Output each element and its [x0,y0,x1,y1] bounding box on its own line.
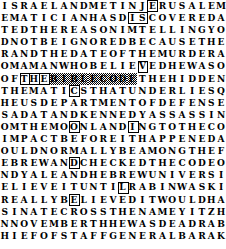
grid-cell: R [19,0,28,12]
grid-cell: T [88,48,98,60]
grid-cell: T [147,157,157,169]
grid-cell: I [59,12,69,24]
grid-cell: I [59,36,69,48]
grid-cell: E [49,169,59,181]
grid-cell: O [0,145,9,157]
grid-cell: E [147,24,157,36]
grid-cell: E [197,85,206,97]
grid-cell: G [147,121,157,133]
grid-cell: R [168,85,177,97]
grid-cell: N [0,169,9,181]
grid-cell: E [216,97,226,109]
grid-cell: A [39,60,49,72]
grid-cell: C [207,121,216,133]
grid-cell: A [49,109,59,121]
grid-cell: D [29,145,39,157]
grid-cell: L [79,194,88,206]
grid-cell: I [137,194,147,206]
grid-cell: A [207,230,216,242]
grid-cell: N [108,109,117,121]
grid-cell: I [118,60,127,72]
grid-cell: T [147,194,157,206]
grid-cell: H [118,206,127,218]
grid-cell: N [216,73,226,85]
grid-cell: R [197,230,206,242]
grid-cell: L [39,169,49,181]
grid-cell: R [98,36,108,48]
grid-cell: C [39,133,49,145]
grid-cell: I [118,24,127,36]
grid-cell: E [137,230,147,242]
grid-cell: T [29,36,39,48]
grid-cell: H [0,97,9,109]
grid-cell: U [168,36,177,48]
grid-cell: E [69,194,79,206]
grid-cell: E [29,181,39,193]
grid-cell: S [168,109,177,121]
grid-cell: G [108,230,117,242]
grid-cell: M [49,218,59,230]
grid-cell: S [157,109,167,121]
grid-cell: N [127,0,137,12]
grid-cell: T [49,85,59,97]
grid-cell: D [69,48,79,60]
grid-cell: A [177,109,187,121]
grid-cell: D [118,36,127,48]
grid-cell: A [108,85,117,97]
grid-cell: R [147,230,157,242]
grid-cell: H [0,230,9,242]
grid-cell: I [207,109,216,121]
grid-cell: D [197,194,206,206]
grid-cell: I [0,0,9,12]
grid-cell: T [118,85,127,97]
grid-cell: H [207,36,216,48]
grid-cell: I [59,85,69,97]
grid-cell: H [98,85,108,97]
grid-cell: A [59,0,69,12]
grid-cell: A [137,181,147,193]
grid-cell: H [98,218,108,230]
grid-cell: F [79,133,88,145]
grid-cell: T [137,73,147,85]
grid-cell: V [29,218,39,230]
grid-cell: W [127,218,137,230]
grid-cell: I [157,181,167,193]
grid-cell: B [39,36,49,48]
grid-cell: E [157,85,167,97]
grid-cell: P [59,97,69,109]
grid-cell: O [187,157,197,169]
grid-cell: N [19,206,28,218]
grid-cell: E [187,36,197,48]
grid-cell: O [88,133,98,145]
grid-cell: L [197,0,206,12]
grid-cell: O [157,12,167,24]
grid-cell: O [88,36,98,48]
grid-cell: S [177,0,187,12]
grid-cell: N [59,157,69,169]
grid-cell: U [177,194,187,206]
grid-cell: I [9,230,19,242]
grid-cell: N [187,133,197,145]
grid-cell: I [39,12,49,24]
grid-cell: M [147,145,157,157]
grid-cell: O [168,194,177,206]
grid-cell: R [79,218,88,230]
grid-cell: A [79,230,88,242]
grid-cell: Y [108,145,117,157]
grid-cell: O [49,145,59,157]
grid-cell: A [69,97,79,109]
grid-cell: T [197,36,206,48]
grid-cell: T [29,24,39,36]
grid-cell: H [49,48,59,60]
grid-cell: H [29,121,39,133]
grid-cell: H [88,169,98,181]
grid-cell: T [88,85,98,97]
grid-cell: E [98,60,108,72]
grid-cell: A [29,169,39,181]
grid-cell: I [216,169,226,181]
grid-cell: D [157,97,167,109]
grid-cell: W [187,60,197,72]
grid-cell: S [187,109,197,121]
grid-cell: U [147,169,157,181]
grid-cell: E [207,145,216,157]
grid-cell: O [19,218,28,230]
grid-cell: A [79,48,88,60]
grid-cell: F [88,230,98,242]
grid-cell: H [88,12,98,24]
grid-cell: E [168,97,177,109]
grid-cell: T [98,181,108,193]
grid-cell: N [168,181,177,193]
grid-cell: D [19,109,28,121]
grid-cell: C [177,157,187,169]
grid-cell: A [9,48,19,60]
grid-cell: T [49,133,59,145]
grid-cell: E [127,145,137,157]
grid-cell: T [0,85,9,97]
grid-cell: E [127,60,137,72]
grid-cell: M [69,145,79,157]
grid-cell: M [29,85,39,97]
grid-cell: T [127,133,137,145]
grid-cell: S [137,12,147,24]
grid-cell: E [127,157,137,169]
grid-cell: S [207,97,216,109]
grid-cell: L [29,194,39,206]
grid-cell: L [177,85,187,97]
grid-cell: L [9,181,19,193]
grid-cell: E [157,73,167,85]
grid-cell: T [108,0,117,12]
grid-cell: A [157,230,167,242]
grid-cell: E [59,48,69,60]
grid-cell: E [39,0,49,12]
grid-cell: E [49,206,59,218]
grid-cell: A [177,218,187,230]
grid-cell: A [216,48,226,60]
grid-cell: E [0,12,9,24]
grid-cell: E [177,60,187,72]
grid-cell: M [157,48,167,60]
grid-cell: N [98,109,108,121]
grid-cell: B [59,133,69,145]
grid-cell: E [137,36,147,48]
grid-cell: S [88,24,98,36]
grid-cell: D [207,12,216,24]
grid-cell: H [168,73,177,85]
grid-cell: S [197,181,206,193]
grid-cell: J [137,0,147,12]
grid-cell: V [108,194,117,206]
grid-cell: N [9,36,19,48]
grid-cell: R [187,12,197,24]
grid-cell: E [0,181,9,193]
grid-cell: H [88,157,98,169]
grid-cell: A [19,194,28,206]
grid-cell: N [197,97,206,109]
grid-cell: D [207,133,216,145]
grid-cell: E [19,85,28,97]
grid-cell: I [59,181,69,193]
grid-cell: E [118,194,127,206]
grid-cell: A [147,109,157,121]
grid-cell: E [197,133,206,145]
grid-cell: M [98,97,108,109]
grid-cell: L [157,24,167,36]
grid-cell-highlighted: B [69,73,79,85]
grid-cell-highlighted: E [88,73,98,85]
grid-cell: U [127,85,137,97]
grid-cell: H [137,133,147,145]
grid-cell: A [79,145,88,157]
grid-cell: T [88,218,98,230]
grid-cell: D [69,157,79,169]
grid-cell: C [69,85,79,97]
grid-cell: H [168,60,177,72]
grid-cell: I [0,133,9,145]
grid-cell: O [216,157,226,169]
grid-cell: E [168,206,177,218]
grid-cell: B [59,194,69,206]
grid-cell: N [88,181,98,193]
grid-cell: I [187,85,197,97]
grid-cell: R [19,157,28,169]
grid-cell: E [147,0,157,12]
grid-cell: S [59,230,69,242]
grid-cell: C [147,12,157,24]
grid-cell: O [79,60,88,72]
grid-cell: R [197,169,206,181]
grid-cell: D [187,48,197,60]
grid-cell: A [39,85,49,97]
grid-cell: T [69,230,79,242]
grid-cell: A [79,24,88,36]
grid-cell: L [168,24,177,36]
grid-cell: T [0,24,9,36]
grid-cell: T [137,24,147,36]
grid-cell: P [168,133,177,145]
grid-cell: F [29,230,39,242]
grid-cell: E [88,109,98,121]
grid-cell: T [69,181,79,193]
grid-cell: E [168,157,177,169]
grid-cell: T [39,109,49,121]
grid-cell: O [79,206,88,218]
grid-cell: S [79,85,88,97]
grid-cell: M [29,60,39,72]
grid-cell: B [88,60,98,72]
grid-cell: T [88,97,98,109]
grid-cell: D [39,97,49,109]
grid-cell: O [168,121,177,133]
grid-cell: M [9,133,19,145]
grid-cell: L [88,121,98,133]
grid-cell: E [118,218,127,230]
grid-cell: E [29,157,39,169]
grid-cell: R [69,206,79,218]
grid-cell: D [197,73,206,85]
grid-cell: R [177,48,187,60]
grid-cell: E [187,97,197,109]
grid-cell: U [9,145,19,157]
grid-cell: F [118,48,127,60]
grid-cell: W [39,157,49,169]
grid-cell: L [118,181,127,193]
grid-cell: E [0,157,9,169]
grid-cell: I [118,0,127,12]
word-search-board: ISRAELANDMETINJERUSALEMEMATICIANHASDISCO… [0,0,226,249]
grid-cell: E [127,169,137,181]
grid-cell: D [29,48,39,60]
grid-cell: H [9,85,19,97]
grid-cell: U [168,0,177,12]
grid-cell: D [157,218,167,230]
grid-cell: I [127,121,137,133]
grid-cell: O [69,121,79,133]
grid-cell: Y [177,206,187,218]
grid-cell: W [59,60,69,72]
grid-cell: A [49,157,59,169]
grid-cell: E [127,206,137,218]
grid-cell: P [19,133,28,145]
grid-cell: Y [49,194,59,206]
grid-cell: D [137,157,147,169]
grid-cell: R [207,48,216,60]
grid-cell: O [59,121,69,133]
grid-cell: R [98,133,108,145]
grid-cell: F [147,97,157,109]
grid-cell: C [79,157,88,169]
grid-cell: W [177,181,187,193]
grid-cell: R [197,218,206,230]
grid-cell: L [49,0,59,12]
grid-cell: A [197,60,206,72]
grid-cell: T [127,97,137,109]
grid-cell: M [216,0,226,12]
grid-cell: B [59,218,69,230]
grid-cell: D [79,169,88,181]
grid-cell: S [88,206,98,218]
grid-cell: F [177,97,187,109]
grid-cell: R [0,48,9,60]
grid-cell: I [216,181,226,193]
grid-cell: Y [19,169,28,181]
grid-cell-highlighted: L [79,73,88,85]
grid-cell: N [0,218,9,230]
grid-cell: O [0,121,9,133]
grid-cell: L [39,194,49,206]
grid-cell: W [157,194,167,206]
grid-cell: N [79,36,88,48]
grid-cell: D [118,12,127,24]
grid-cell: F [216,145,226,157]
grid-cell: M [49,121,59,133]
grid-cell: H [157,157,167,169]
grid-cell: I [9,206,19,218]
grid-cell-highlighted: D [118,73,127,85]
grid-cell: N [69,0,79,12]
grid-cell: U [79,181,88,193]
grid-cell-highlighted: I [59,73,69,85]
grid-cell: A [98,121,108,133]
grid-cell: H [137,48,147,60]
grid-cell: A [187,230,197,242]
grid-cell: B [177,230,187,242]
grid-cell: N [108,24,117,36]
grid-cell: S [9,0,19,12]
grid-cell: B [147,181,157,193]
grid-cell: S [207,169,216,181]
grid-cell: T [29,12,39,24]
grid-cell: H [39,24,49,36]
grid-cell: I [127,12,137,24]
grid-cell: E [207,157,216,169]
grid-cell: K [207,181,216,193]
grid-cell-highlighted: B [49,73,59,85]
grid-cell: S [147,218,157,230]
grid-cell: O [98,24,108,36]
grid-cell: S [0,206,9,218]
grid-cell: T [19,121,28,133]
grid-cell: E [39,218,49,230]
grid-cell: H [147,73,157,85]
grid-cell: D [19,24,28,36]
grid-cell: L [88,145,98,157]
grid-cell: D [197,157,206,169]
grid-cell: Q [216,85,226,97]
grid-cell: A [29,133,39,145]
grid-cell: M [9,60,19,72]
grid-cell: E [216,36,226,48]
grid-cell: I [177,73,187,85]
grid-cell: F [9,73,19,85]
grid-cell: F [98,230,108,242]
grid-cell: E [69,133,79,145]
grid-cell-highlighted: O [108,73,117,85]
grid-cell: L [187,194,197,206]
grid-cell: E [197,121,206,133]
grid-cell: A [29,0,39,12]
grid-cell: E [19,230,28,242]
grid-cell: O [216,121,226,133]
grid-cell: E [49,24,59,36]
grid-cell: H [29,73,39,85]
grid-cell: A [207,218,216,230]
